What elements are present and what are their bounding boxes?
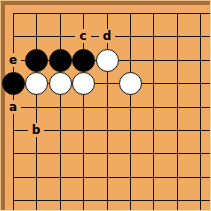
grid-line-horizontal [13,13,210,14]
grid-line-vertical [153,13,154,210]
white-stone [96,49,119,72]
grid-line-vertical [177,13,178,210]
go-board-grid: cdeab [0,0,211,211]
grid-line-vertical [200,13,201,210]
black-stone [25,49,48,72]
grid-line-horizontal [13,200,210,201]
point-label-d: d [99,29,115,43]
grid-line-vertical [60,13,61,210]
white-stone [72,72,95,95]
grid-line-horizontal [13,153,210,154]
board-edge-light-bottom [0,210,211,211]
point-label-b: b [28,123,44,137]
grid-line-vertical [130,13,131,210]
white-stone [25,72,48,95]
grid-line-horizontal [13,107,210,108]
board-edge-light-right [210,0,211,211]
black-stone [72,49,95,72]
point-label-e: e [5,53,21,67]
point-label-c: c [75,29,91,43]
white-stone [49,72,72,95]
grid-line-vertical [36,13,37,210]
black-stone [49,49,72,72]
black-stone [2,72,25,95]
grid-line-horizontal [13,177,210,178]
go-board-diagram: cdeab [0,0,211,211]
white-stone [119,72,142,95]
point-label-a: a [5,100,21,114]
